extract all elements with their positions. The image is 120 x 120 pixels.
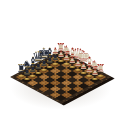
piece-base (86, 75, 92, 77)
piece-base (35, 72, 41, 74)
piece-white-bishop: ♝ (67, 46, 77, 62)
piece-base (86, 69, 92, 71)
piece-black-rook: ♜ (16, 63, 26, 77)
chess-set-photo: ♜♞♝♛♚♝♟♜♟♟♟♟♟♟♟♞♟♝♟♛♟♚♟♝♟♞♟♜ (0, 0, 120, 120)
piece-base (75, 69, 81, 71)
piece-base (64, 57, 70, 59)
piece-glyph: ♚ (76, 49, 90, 65)
piece-white-knight: ♞ (62, 44, 72, 59)
piece-glyph: ♞ (90, 59, 101, 71)
piece-base (69, 60, 75, 62)
piece-base (58, 54, 64, 56)
square (55, 71, 66, 77)
piece-white-queen: ♛ (73, 47, 83, 65)
piece-glyph: ♜ (56, 42, 66, 53)
piece-base (30, 75, 36, 77)
piece-white-rook: ♜ (96, 63, 106, 77)
piece-white-rook: ♜ (56, 42, 66, 56)
piece-base (24, 78, 30, 80)
piece-base (81, 66, 87, 68)
piece-glyph: ♜ (96, 63, 106, 74)
piece-glyph: ♜ (16, 63, 26, 74)
piece-white-bishop: ♝ (84, 55, 94, 71)
piece-glyph: ♝ (66, 46, 78, 59)
piece-white-king: ♚ (79, 49, 89, 68)
piece-base (18, 75, 24, 77)
piece-base (92, 72, 98, 74)
piece-white-knight: ♞ (90, 59, 100, 74)
piece-base (24, 72, 30, 74)
piece-base (98, 75, 104, 77)
piece-base (69, 66, 75, 68)
piece-base (75, 63, 81, 65)
piece-base (92, 78, 98, 80)
